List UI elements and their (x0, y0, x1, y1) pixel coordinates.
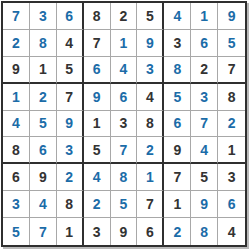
cell-r7c5-filled[interactable]: 8 (111, 164, 138, 191)
cell-r2c1-filled[interactable]: 2 (3, 30, 30, 57)
cell-r8c9-filled[interactable]: 6 (218, 191, 245, 218)
cell-r4c6-given[interactable]: 4 (137, 84, 164, 111)
cell-r3c7-filled[interactable]: 8 (164, 57, 191, 84)
cell-r1c7-filled[interactable]: 4 (164, 3, 191, 30)
sudoku-board: 7368254192847193659156438271279645384591… (1, 1, 247, 247)
cell-r9c9-given[interactable]: 4 (218, 218, 245, 245)
cell-r5c2-filled[interactable]: 5 (30, 111, 57, 138)
cell-r1c1-filled[interactable]: 7 (3, 3, 30, 30)
cell-r8c3-given[interactable]: 8 (57, 191, 84, 218)
cell-r5c9-filled[interactable]: 2 (218, 111, 245, 138)
cell-r3c9-given[interactable]: 7 (218, 57, 245, 84)
cell-r8c7-given[interactable]: 1 (164, 191, 191, 218)
cell-r1c5-given[interactable]: 2 (111, 3, 138, 30)
cell-r9c2-filled[interactable]: 7 (30, 218, 57, 245)
cell-r2c7-given[interactable]: 3 (164, 30, 191, 57)
cell-r6c2-filled[interactable]: 6 (30, 137, 57, 164)
cell-r3c5-filled[interactable]: 4 (111, 57, 138, 84)
cell-r6c7-given[interactable]: 9 (164, 137, 191, 164)
cell-r4c2-filled[interactable]: 2 (30, 84, 57, 111)
cell-r6c3-filled[interactable]: 3 (57, 137, 84, 164)
cell-r9c1-filled[interactable]: 5 (3, 218, 30, 245)
cell-r2c6-filled[interactable]: 9 (137, 30, 164, 57)
cell-r9c6-given[interactable]: 6 (137, 218, 164, 245)
cell-r7c1-given[interactable]: 6 (3, 164, 30, 191)
cell-r4c9-given[interactable]: 8 (218, 84, 245, 111)
cell-r6c5-filled[interactable]: 7 (111, 137, 138, 164)
cell-r6c1-given[interactable]: 8 (3, 137, 30, 164)
cell-r9c7-filled[interactable]: 2 (164, 218, 191, 245)
cell-r8c2-filled[interactable]: 4 (30, 191, 57, 218)
cell-r8c8-filled[interactable]: 9 (191, 191, 218, 218)
cell-r3c1-given[interactable]: 9 (3, 57, 30, 84)
cell-r2c9-filled[interactable]: 5 (218, 30, 245, 57)
cell-r2c4-given[interactable]: 7 (84, 30, 111, 57)
cell-r2c2-filled[interactable]: 8 (30, 30, 57, 57)
cell-r6c4-given[interactable]: 5 (84, 137, 111, 164)
cell-r2c5-filled[interactable]: 1 (111, 30, 138, 57)
cell-r5c8-filled[interactable]: 7 (191, 111, 218, 138)
cell-r6c8-filled[interactable]: 4 (191, 137, 218, 164)
cell-r7c4-filled[interactable]: 4 (84, 164, 111, 191)
cell-r3c3-given[interactable]: 5 (57, 57, 84, 84)
cell-r4c7-filled[interactable]: 5 (164, 84, 191, 111)
cell-r7c3-filled[interactable]: 2 (57, 164, 84, 191)
cell-r8c6-given[interactable]: 7 (137, 191, 164, 218)
cell-r5c7-filled[interactable]: 6 (164, 111, 191, 138)
cell-r4c3-given[interactable]: 7 (57, 84, 84, 111)
cell-r1c8-filled[interactable]: 1 (191, 3, 218, 30)
cell-r1c4-given[interactable]: 8 (84, 3, 111, 30)
cell-r9c5-given[interactable]: 9 (111, 218, 138, 245)
cell-r1c3-filled[interactable]: 6 (57, 3, 84, 30)
sudoku-page: 7368254192847193659156438271279645384591… (0, 0, 250, 250)
cell-r2c8-filled[interactable]: 6 (191, 30, 218, 57)
cell-r8c4-filled[interactable]: 2 (84, 191, 111, 218)
cell-r9c4-given[interactable]: 3 (84, 218, 111, 245)
cell-r3c8-given[interactable]: 2 (191, 57, 218, 84)
cell-r7c8-given[interactable]: 5 (191, 164, 218, 191)
cell-r2c3-given[interactable]: 4 (57, 30, 84, 57)
cell-r5c4-given[interactable]: 1 (84, 111, 111, 138)
cell-r1c6-given[interactable]: 5 (137, 3, 164, 30)
cell-r6c6-filled[interactable]: 2 (137, 137, 164, 164)
cell-r5c3-filled[interactable]: 9 (57, 111, 84, 138)
cell-r3c4-filled[interactable]: 6 (84, 57, 111, 84)
cell-r4c5-filled[interactable]: 6 (111, 84, 138, 111)
cell-r4c1-filled[interactable]: 1 (3, 84, 30, 111)
cell-r9c3-given[interactable]: 1 (57, 218, 84, 245)
cell-r1c9-filled[interactable]: 9 (218, 3, 245, 30)
cell-r7c2-given[interactable]: 9 (30, 164, 57, 191)
cell-r5c5-given[interactable]: 3 (111, 111, 138, 138)
cell-r3c6-filled[interactable]: 3 (137, 57, 164, 84)
cell-r5c6-given[interactable]: 8 (137, 111, 164, 138)
cell-r8c5-filled[interactable]: 5 (111, 191, 138, 218)
cell-r5c1-filled[interactable]: 4 (3, 111, 30, 138)
cell-r7c7-given[interactable]: 7 (164, 164, 191, 191)
cell-r4c4-filled[interactable]: 9 (84, 84, 111, 111)
cell-r7c6-filled[interactable]: 1 (137, 164, 164, 191)
cell-r9c8-filled[interactable]: 8 (191, 218, 218, 245)
cell-r1c2-filled[interactable]: 3 (30, 3, 57, 30)
cell-r6c9-given[interactable]: 1 (218, 137, 245, 164)
cell-r8c1-filled[interactable]: 3 (3, 191, 30, 218)
cell-r7c9-given[interactable]: 3 (218, 164, 245, 191)
cell-r4c8-filled[interactable]: 3 (191, 84, 218, 111)
cell-r3c2-given[interactable]: 1 (30, 57, 57, 84)
